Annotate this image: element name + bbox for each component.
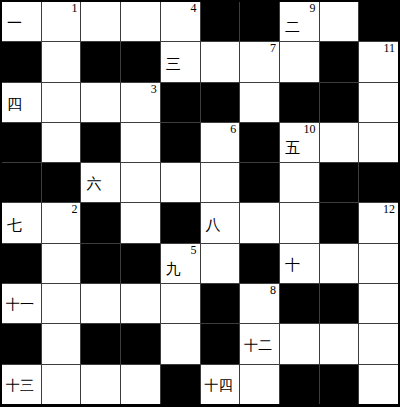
grid-cell-r2c3	[81, 42, 120, 81]
grid-cell-r3c9	[320, 83, 359, 122]
grid-cell-r9c7[interactable]: 十二	[240, 324, 279, 363]
clue-number: 7	[270, 42, 276, 56]
grid-cell-r9c2[interactable]	[42, 324, 81, 363]
grid-cell-r7c10[interactable]	[359, 244, 398, 283]
clue-marker-cn: 十四	[205, 379, 233, 393]
grid-cell-r2c4	[121, 42, 160, 81]
clue-marker-cn: 十三	[6, 379, 34, 393]
grid-cell-r5c5[interactable]	[161, 163, 200, 202]
grid-cell-r10c8	[280, 365, 319, 404]
grid-cell-r6c4[interactable]	[121, 203, 160, 242]
grid-cell-r7c3	[81, 244, 120, 283]
grid-cell-r10c5	[161, 365, 200, 404]
grid-cell-r4c6[interactable]: 6	[201, 123, 240, 162]
clue-marker-cn: 九	[166, 261, 181, 276]
clue-marker-cn: 十二	[244, 339, 272, 353]
grid-cell-r1c9[interactable]	[320, 2, 359, 41]
clue-number: 8	[270, 284, 276, 298]
grid-cell-r9c9[interactable]	[320, 324, 359, 363]
grid-cell-r7c5[interactable]: 5九	[161, 244, 200, 283]
grid-cell-r3c1[interactable]: 四	[2, 83, 41, 122]
grid-cell-r1c10	[359, 2, 398, 41]
grid-cell-r8c6	[201, 284, 240, 323]
grid-cell-r10c4[interactable]	[121, 365, 160, 404]
grid-cell-r4c2[interactable]	[42, 123, 81, 162]
grid-cell-r1c6	[201, 2, 240, 41]
grid-cell-r9c10[interactable]	[359, 324, 398, 363]
grid-cell-r4c5	[161, 123, 200, 162]
grid-cell-r5c4[interactable]	[121, 163, 160, 202]
grid-cell-r7c4	[121, 244, 160, 283]
clue-marker-cn: 二	[285, 19, 300, 34]
grid-cell-r7c2[interactable]	[42, 244, 81, 283]
grid-cell-r8c4[interactable]	[121, 284, 160, 323]
clue-marker-cn: 十一	[6, 298, 34, 312]
grid-cell-r5c8[interactable]	[280, 163, 319, 202]
grid-cell-r4c8[interactable]: 10五	[280, 123, 319, 162]
grid-cell-r1c8[interactable]: 9二	[280, 2, 319, 41]
grid-cell-r9c1	[2, 324, 41, 363]
grid-cell-r5c6[interactable]	[201, 163, 240, 202]
grid-cell-r8c10[interactable]	[359, 284, 398, 323]
grid-cell-r3c5	[161, 83, 200, 122]
grid-cell-r2c9	[320, 42, 359, 81]
grid-cell-r8c2[interactable]	[42, 284, 81, 323]
grid-cell-r4c3	[81, 123, 120, 162]
grid-cell-r2c8[interactable]	[280, 42, 319, 81]
grid-cell-r7c8[interactable]: 十	[280, 244, 319, 283]
grid-cell-r4c7	[240, 123, 279, 162]
grid-cell-r2c2[interactable]	[42, 42, 81, 81]
clue-marker-cn: 三	[166, 56, 181, 71]
grid-cell-r2c6[interactable]	[201, 42, 240, 81]
grid-cell-r7c9[interactable]	[320, 244, 359, 283]
grid-cell-r9c3	[81, 324, 120, 363]
grid-cell-r8c8	[280, 284, 319, 323]
clue-number: 4	[191, 2, 197, 16]
grid-cell-r6c6[interactable]: 八	[201, 203, 240, 242]
clue-number: 2	[71, 203, 77, 217]
grid-cell-r1c4[interactable]	[121, 2, 160, 41]
grid-cell-r2c10[interactable]: 11	[359, 42, 398, 81]
clue-number: 3	[151, 83, 157, 97]
grid-cell-r3c2[interactable]	[42, 83, 81, 122]
grid-cell-r10c1[interactable]: 十三	[2, 365, 41, 404]
grid-cell-r10c2[interactable]	[42, 365, 81, 404]
clue-number: 6	[230, 123, 236, 137]
grid-cell-r8c9	[320, 284, 359, 323]
grid-cell-r8c1[interactable]: 十一	[2, 284, 41, 323]
grid-cell-r5c9	[320, 163, 359, 202]
grid-cell-r3c6	[201, 83, 240, 122]
grid-cell-r9c6	[201, 324, 240, 363]
grid-cell-r2c1	[2, 42, 41, 81]
clue-marker-cn: 七	[7, 217, 22, 232]
clue-marker-cn: 八	[206, 217, 221, 232]
grid-cell-r1c1[interactable]: 一	[2, 2, 41, 41]
grid-cell-r6c10[interactable]: 12	[359, 203, 398, 242]
clue-number: 12	[383, 203, 395, 217]
clue-number: 11	[383, 42, 395, 56]
clue-number: 5	[191, 244, 197, 258]
grid-cell-r10c7[interactable]	[240, 365, 279, 404]
grid-cell-r9c4	[121, 324, 160, 363]
grid-cell-r5c1	[2, 163, 41, 202]
clue-number: 1	[71, 2, 77, 16]
clue-marker-cn: 十	[285, 258, 300, 273]
grid-cell-r3c10[interactable]	[359, 83, 398, 122]
grid-cell-r2c7[interactable]: 7	[240, 42, 279, 81]
grid-cell-r6c8[interactable]	[280, 203, 319, 242]
grid-cell-r9c8[interactable]	[280, 324, 319, 363]
grid-cell-r5c3[interactable]: 六	[81, 163, 120, 202]
grid-cell-r3c7[interactable]	[240, 83, 279, 122]
grid-cell-r6c7[interactable]	[240, 203, 279, 242]
grid-cell-r4c1	[2, 123, 41, 162]
grid-cell-r10c10[interactable]	[359, 365, 398, 404]
clue-marker-cn: 五	[285, 140, 300, 155]
grid-cell-r7c6[interactable]	[201, 244, 240, 283]
grid-cell-r1c3[interactable]	[81, 2, 120, 41]
grid-cell-r9c5[interactable]	[161, 324, 200, 363]
grid-cell-r8c3[interactable]	[81, 284, 120, 323]
grid-cell-r6c5	[161, 203, 200, 242]
grid-cell-r6c2[interactable]: 2	[42, 203, 81, 242]
grid-cell-r1c7	[240, 2, 279, 41]
grid-cell-r8c5[interactable]	[161, 284, 200, 323]
grid-cell-r5c2	[42, 163, 81, 202]
clue-marker-cn: 六	[86, 177, 101, 192]
grid-cell-r10c3[interactable]	[81, 365, 120, 404]
grid-cell-r3c8	[280, 83, 319, 122]
grid-cell-r7c1	[2, 244, 41, 283]
grid-cell-r5c10	[359, 163, 398, 202]
grid-cell-r5c7	[240, 163, 279, 202]
clue-number: 9	[310, 2, 316, 16]
grid-cell-r1c2[interactable]: 1	[42, 2, 81, 41]
grid-cell-r3c3[interactable]	[81, 83, 120, 122]
grid-cell-r1c5[interactable]: 4	[161, 2, 200, 41]
grid-cell-r7c7	[240, 244, 279, 283]
grid-cell-r10c6[interactable]: 十四	[201, 365, 240, 404]
grid-cell-r6c1[interactable]: 七	[2, 203, 41, 242]
grid-cell-r8c7[interactable]: 8	[240, 284, 279, 323]
clue-marker-cn: 一	[7, 16, 22, 31]
grid-cell-r2c5[interactable]: 三	[161, 42, 200, 81]
grid-cell-r6c3	[81, 203, 120, 242]
grid-cell-r10c9	[320, 365, 359, 404]
grid-cell-r3c4[interactable]: 3	[121, 83, 160, 122]
grid-cell-r4c10[interactable]	[359, 123, 398, 162]
grid-cell-r4c9[interactable]	[320, 123, 359, 162]
grid-cell-r6c9	[320, 203, 359, 242]
crossword-board: 一149二三711四3610五六七2八125九十十一8十二十三十四	[0, 0, 400, 407]
clue-marker-cn: 四	[7, 96, 22, 111]
clue-number: 10	[304, 123, 316, 137]
grid-cell-r4c4[interactable]	[121, 123, 160, 162]
